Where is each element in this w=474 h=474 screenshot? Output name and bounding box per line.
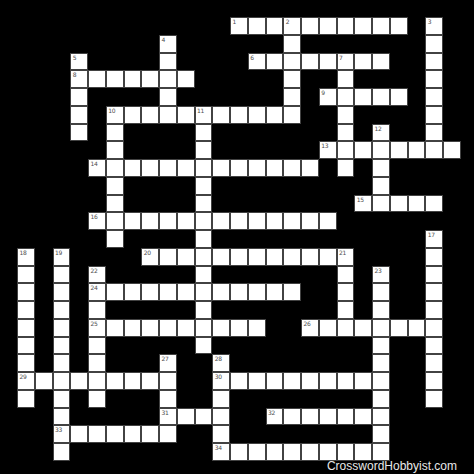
cell-r11-c8[interactable]	[159, 212, 177, 230]
cell-r10-c23[interactable]	[425, 195, 443, 213]
clue-number-1: 1	[233, 18, 237, 25]
cell-r16-c4[interactable]	[88, 301, 106, 319]
cell-r15-c2[interactable]	[53, 283, 71, 301]
cell-r15-c15[interactable]	[283, 283, 301, 301]
cell-r6-c18[interactable]	[337, 124, 355, 142]
cell-r14-c4[interactable]: 22	[88, 266, 106, 284]
clue-number-7: 7	[339, 54, 343, 61]
clue-number-6: 6	[250, 54, 254, 61]
cell-r18-c23[interactable]	[425, 337, 443, 355]
cell-r17-c20[interactable]	[372, 319, 390, 337]
cell-r13-c12[interactable]	[230, 248, 248, 266]
cell-r11-c4[interactable]: 16	[88, 212, 106, 230]
cell-r7-c22[interactable]	[408, 141, 426, 159]
clue-number-5: 5	[73, 54, 77, 61]
cell-r6-c23[interactable]	[425, 124, 443, 142]
cell-r2-c18[interactable]: 7	[337, 53, 355, 71]
cell-r4-c20[interactable]	[372, 88, 390, 106]
cell-r0-c15[interactable]: 2	[283, 17, 301, 35]
cell-r23-c7[interactable]	[141, 425, 159, 443]
cell-r11-c7[interactable]	[141, 212, 159, 230]
cell-r22-c18[interactable]	[337, 408, 355, 426]
cell-r8-c20[interactable]	[372, 159, 390, 177]
cell-r14-c2[interactable]	[53, 266, 71, 284]
site-watermark: CrosswordHobbyist.com	[327, 460, 457, 473]
cell-r12-c5[interactable]	[106, 230, 124, 248]
cell-r23-c2[interactable]: 33	[53, 425, 71, 443]
cell-r11-c5[interactable]	[106, 212, 124, 230]
cell-r20-c16[interactable]	[301, 372, 319, 390]
clue-number-9: 9	[321, 89, 325, 96]
cell-r19-c4[interactable]	[88, 354, 106, 372]
cell-r20-c13[interactable]	[248, 372, 266, 390]
cell-r1-c23[interactable]	[425, 35, 443, 53]
cell-r8-c6[interactable]	[124, 159, 142, 177]
cell-r13-c8[interactable]	[159, 248, 177, 266]
cell-r2-c14[interactable]	[266, 53, 284, 71]
clue-number-12: 12	[375, 125, 382, 132]
cell-r24-c16[interactable]	[301, 443, 319, 461]
cell-r17-c11[interactable]	[212, 319, 230, 337]
cell-r21-c4[interactable]	[88, 390, 106, 408]
cell-r7-c23[interactable]	[425, 141, 443, 159]
cell-r15-c4[interactable]: 24	[88, 283, 106, 301]
cell-r8-c10[interactable]	[195, 159, 213, 177]
cell-r23-c11[interactable]	[212, 425, 230, 443]
cell-r3-c4[interactable]	[88, 70, 106, 88]
cell-r18-c4[interactable]	[88, 337, 106, 355]
cell-r4-c8[interactable]	[159, 88, 177, 106]
cell-r9-c5[interactable]	[106, 177, 124, 195]
cell-r13-c14[interactable]	[266, 248, 284, 266]
cell-r23-c8[interactable]	[159, 425, 177, 443]
cell-r20-c12[interactable]	[230, 372, 248, 390]
cell-r18-c20[interactable]	[372, 337, 390, 355]
cell-r10-c22[interactable]	[408, 195, 426, 213]
cell-r14-c10[interactable]	[195, 266, 213, 284]
clue-number-21: 21	[339, 249, 346, 256]
cell-r3-c7[interactable]	[141, 70, 159, 88]
clue-number-24: 24	[91, 284, 98, 291]
clue-number-28: 28	[215, 355, 222, 362]
cell-r4-c23[interactable]	[425, 88, 443, 106]
cell-r6-c3[interactable]	[70, 124, 88, 142]
cell-r8-c16[interactable]	[301, 159, 319, 177]
cell-r3-c5[interactable]	[106, 70, 124, 88]
cell-r20-c20[interactable]	[372, 372, 390, 390]
cell-r6-c20[interactable]: 12	[372, 124, 390, 142]
cell-r19-c23[interactable]	[425, 354, 443, 372]
cell-r18-c10[interactable]	[195, 337, 213, 355]
cell-r20-c6[interactable]	[124, 372, 142, 390]
cell-r22-c2[interactable]	[53, 408, 71, 426]
cell-r8-c12[interactable]	[230, 159, 248, 177]
cell-r4-c21[interactable]	[390, 88, 408, 106]
cell-r15-c12[interactable]	[230, 283, 248, 301]
cell-r13-c0[interactable]: 18	[17, 248, 35, 266]
cell-r12-c10[interactable]	[195, 230, 213, 248]
cell-r8-c4[interactable]: 14	[88, 159, 106, 177]
cell-r0-c19[interactable]	[354, 17, 372, 35]
clue-number-11: 11	[197, 107, 204, 114]
crossword-board: 1234567891011121314151617181920212223242…	[17, 17, 461, 461]
cell-r8-c11[interactable]	[212, 159, 230, 177]
cell-r8-c7[interactable]	[141, 159, 159, 177]
cell-r22-c15[interactable]	[283, 408, 301, 426]
cell-r13-c10[interactable]	[195, 248, 213, 266]
cell-r14-c0[interactable]	[17, 266, 35, 284]
cell-r4-c3[interactable]	[70, 88, 88, 106]
cell-r20-c19[interactable]	[354, 372, 372, 390]
cell-r11-c14[interactable]	[266, 212, 284, 230]
clue-number-16: 16	[91, 213, 98, 220]
cell-r19-c11[interactable]: 28	[212, 354, 230, 372]
cell-r22-c20[interactable]	[372, 408, 390, 426]
cell-r17-c22[interactable]	[408, 319, 426, 337]
cell-r20-c0[interactable]: 29	[17, 372, 35, 390]
cell-r17-c9[interactable]	[177, 319, 195, 337]
cell-r22-c8[interactable]: 31	[159, 408, 177, 426]
cell-r18-c0[interactable]	[17, 337, 35, 355]
cell-r5-c9[interactable]	[177, 106, 195, 124]
cell-r17-c23[interactable]	[425, 319, 443, 337]
cell-r15-c11[interactable]	[212, 283, 230, 301]
cell-r0-c12[interactable]: 1	[230, 17, 248, 35]
cell-r18-c2[interactable]	[53, 337, 71, 355]
cell-r21-c2[interactable]	[53, 390, 71, 408]
cell-r5-c3[interactable]	[70, 106, 88, 124]
cell-r0-c14[interactable]	[266, 17, 284, 35]
cell-r20-c7[interactable]	[141, 372, 159, 390]
cell-r7-c24[interactable]	[443, 141, 461, 159]
cell-r2-c20[interactable]	[372, 53, 390, 71]
cell-r23-c6[interactable]	[124, 425, 142, 443]
cell-r20-c14[interactable]	[266, 372, 284, 390]
clue-number-10: 10	[108, 107, 115, 114]
cell-r11-c10[interactable]	[195, 212, 213, 230]
cell-r21-c8[interactable]	[159, 390, 177, 408]
cell-r13-c9[interactable]	[177, 248, 195, 266]
cell-r9-c20[interactable]	[372, 177, 390, 195]
cell-r17-c13[interactable]	[248, 319, 266, 337]
clue-number-2: 2	[286, 18, 290, 25]
cell-r20-c11[interactable]: 30	[212, 372, 230, 390]
cell-r20-c5[interactable]	[106, 372, 124, 390]
cell-r17-c8[interactable]	[159, 319, 177, 337]
cell-r10-c5[interactable]	[106, 195, 124, 213]
clue-number-8: 8	[73, 71, 77, 78]
cell-r15-c5[interactable]	[106, 283, 124, 301]
cell-r7-c19[interactable]	[354, 141, 372, 159]
cell-r0-c17[interactable]	[319, 17, 337, 35]
cell-r1-c15[interactable]	[283, 35, 301, 53]
cell-r15-c10[interactable]	[195, 283, 213, 301]
cell-r0-c16[interactable]	[301, 17, 319, 35]
cell-r24-c11[interactable]: 34	[212, 443, 230, 461]
cell-r2-c16[interactable]	[301, 53, 319, 71]
clue-number-22: 22	[91, 267, 98, 274]
cell-r8-c15[interactable]	[283, 159, 301, 177]
cell-r17-c5[interactable]	[106, 319, 124, 337]
cell-r11-c11[interactable]	[212, 212, 230, 230]
clue-number-25: 25	[91, 320, 98, 327]
cell-r17-c10[interactable]	[195, 319, 213, 337]
cell-r24-c15[interactable]	[283, 443, 301, 461]
cell-r24-c13[interactable]	[248, 443, 266, 461]
cell-r17-c2[interactable]	[53, 319, 71, 337]
cell-r16-c0[interactable]	[17, 301, 35, 319]
cell-r22-c19[interactable]	[354, 408, 372, 426]
cell-r17-c16[interactable]: 26	[301, 319, 319, 337]
cell-r13-c2[interactable]: 19	[53, 248, 71, 266]
cell-r5-c12[interactable]	[230, 106, 248, 124]
cell-r3-c6[interactable]	[124, 70, 142, 88]
clue-number-23: 23	[375, 267, 382, 274]
cell-r15-c6[interactable]	[124, 283, 142, 301]
cell-r2-c23[interactable]	[425, 53, 443, 71]
cell-r10-c10[interactable]	[195, 195, 213, 213]
cell-r2-c19[interactable]	[354, 53, 372, 71]
clue-number-15: 15	[357, 196, 364, 203]
clue-number-31: 31	[162, 409, 169, 416]
cell-r11-c9[interactable]	[177, 212, 195, 230]
cell-r5-c10[interactable]: 11	[195, 106, 213, 124]
clue-number-30: 30	[215, 373, 222, 380]
clue-number-17: 17	[428, 231, 435, 238]
clue-number-19: 19	[55, 249, 62, 256]
cell-r7-c5[interactable]	[106, 141, 124, 159]
cell-r20-c2[interactable]	[53, 372, 71, 390]
clue-number-27: 27	[162, 355, 169, 362]
cell-r3-c8[interactable]	[159, 70, 177, 88]
cell-r3-c9[interactable]	[177, 70, 195, 88]
cell-r4-c19[interactable]	[354, 88, 372, 106]
cell-r7-c21[interactable]	[390, 141, 408, 159]
cell-r23-c3[interactable]	[70, 425, 88, 443]
cell-r5-c7[interactable]	[141, 106, 159, 124]
cell-r19-c0[interactable]	[17, 354, 35, 372]
cell-r20-c8[interactable]	[159, 372, 177, 390]
cell-r13-c15[interactable]	[283, 248, 301, 266]
clue-number-14: 14	[91, 160, 98, 167]
cell-r19-c20[interactable]	[372, 354, 390, 372]
clue-number-20: 20	[144, 249, 151, 256]
cell-r5-c15[interactable]	[283, 106, 301, 124]
cell-r2-c17[interactable]	[319, 53, 337, 71]
cell-r3-c3[interactable]: 8	[70, 70, 88, 88]
cell-r22-c9[interactable]	[177, 408, 195, 426]
cell-r15-c23[interactable]	[425, 283, 443, 301]
cell-r4-c18[interactable]	[337, 88, 355, 106]
cell-r21-c0[interactable]	[17, 390, 35, 408]
cell-r11-c15[interactable]	[283, 212, 301, 230]
cell-r11-c17[interactable]	[319, 212, 337, 230]
cell-r22-c14[interactable]: 32	[266, 408, 284, 426]
cell-r16-c18[interactable]	[337, 301, 355, 319]
cell-r5-c5[interactable]: 10	[106, 106, 124, 124]
cell-r5-c11[interactable]	[212, 106, 230, 124]
cell-r2-c13[interactable]: 6	[248, 53, 266, 71]
cell-r0-c23[interactable]: 3	[425, 17, 443, 35]
cell-r19-c2[interactable]	[53, 354, 71, 372]
cell-r14-c18[interactable]	[337, 266, 355, 284]
cell-r11-c12[interactable]	[230, 212, 248, 230]
cell-r3-c15[interactable]	[283, 70, 301, 88]
cell-r7-c10[interactable]	[195, 141, 213, 159]
clue-number-29: 29	[20, 373, 27, 380]
cell-r17-c0[interactable]	[17, 319, 35, 337]
cell-r13-c16[interactable]	[301, 248, 319, 266]
cell-r7-c18[interactable]	[337, 141, 355, 159]
cell-r4-c15[interactable]	[283, 88, 301, 106]
cell-r10-c20[interactable]	[372, 195, 390, 213]
cell-r20-c3[interactable]	[70, 372, 88, 390]
cell-r12-c23[interactable]: 17	[425, 230, 443, 248]
cell-r0-c13[interactable]	[248, 17, 266, 35]
clue-number-34: 34	[215, 444, 222, 451]
clue-number-18: 18	[20, 249, 27, 256]
cell-r20-c15[interactable]	[283, 372, 301, 390]
cell-r5-c18[interactable]	[337, 106, 355, 124]
cell-r15-c7[interactable]	[141, 283, 159, 301]
cell-r23-c4[interactable]	[88, 425, 106, 443]
cell-r5-c13[interactable]	[248, 106, 266, 124]
cell-r7-c17[interactable]: 13	[319, 141, 337, 159]
cell-r8-c8[interactable]	[159, 159, 177, 177]
cell-r4-c17[interactable]: 9	[319, 88, 337, 106]
cell-r20-c1[interactable]	[35, 372, 53, 390]
cell-r0-c21[interactable]	[390, 17, 408, 35]
cell-r11-c13[interactable]	[248, 212, 266, 230]
cell-r1-c8[interactable]: 4	[159, 35, 177, 53]
cell-r13-c11[interactable]	[212, 248, 230, 266]
cell-r15-c8[interactable]	[159, 283, 177, 301]
cell-r3-c18[interactable]	[337, 70, 355, 88]
cell-r24-c14[interactable]	[266, 443, 284, 461]
cell-r7-c20[interactable]	[372, 141, 390, 159]
cell-r24-c2[interactable]	[53, 443, 71, 461]
cell-r22-c16[interactable]	[301, 408, 319, 426]
cell-r8-c9[interactable]	[177, 159, 195, 177]
cell-r5-c6[interactable]	[124, 106, 142, 124]
cell-r20-c18[interactable]	[337, 372, 355, 390]
cell-r5-c14[interactable]	[266, 106, 284, 124]
cell-r11-c6[interactable]	[124, 212, 142, 230]
cell-r22-c17[interactable]	[319, 408, 337, 426]
cell-r15-c9[interactable]	[177, 283, 195, 301]
cell-r6-c10[interactable]	[195, 124, 213, 142]
cell-r24-c12[interactable]	[230, 443, 248, 461]
cell-r5-c23[interactable]	[425, 106, 443, 124]
clue-number-33: 33	[55, 426, 62, 433]
cell-r6-c5[interactable]	[106, 124, 124, 142]
cell-r22-c11[interactable]	[212, 408, 230, 426]
cell-r15-c20[interactable]	[372, 283, 390, 301]
cell-r19-c8[interactable]: 27	[159, 354, 177, 372]
cell-r13-c23[interactable]	[425, 248, 443, 266]
cell-r16-c20[interactable]	[372, 301, 390, 319]
cell-r2-c8[interactable]	[159, 53, 177, 71]
cell-r14-c20[interactable]: 23	[372, 266, 390, 284]
cell-r2-c15[interactable]	[283, 53, 301, 71]
cell-r17-c19[interactable]	[354, 319, 372, 337]
cell-r20-c23[interactable]	[425, 372, 443, 390]
clue-number-32: 32	[268, 409, 275, 416]
cell-r8-c5[interactable]	[106, 159, 124, 177]
cell-r9-c10[interactable]	[195, 177, 213, 195]
cell-r15-c18[interactable]	[337, 283, 355, 301]
cell-r14-c23[interactable]	[425, 266, 443, 284]
cell-r13-c17[interactable]	[319, 248, 337, 266]
crossword-screenshot: 1234567891011121314151617181920212223242…	[0, 0, 474, 474]
cell-r20-c17[interactable]	[319, 372, 337, 390]
cell-r15-c0[interactable]	[17, 283, 35, 301]
cell-r5-c8[interactable]	[159, 106, 177, 124]
cell-r13-c7[interactable]: 20	[141, 248, 159, 266]
cell-r17-c6[interactable]	[124, 319, 142, 337]
cell-r16-c10[interactable]	[195, 301, 213, 319]
cell-r13-c13[interactable]	[248, 248, 266, 266]
cell-r17-c7[interactable]	[141, 319, 159, 337]
cell-r21-c20[interactable]	[372, 390, 390, 408]
cell-r0-c18[interactable]	[337, 17, 355, 35]
cell-r3-c23[interactable]	[425, 70, 443, 88]
cell-r2-c3[interactable]: 5	[70, 53, 88, 71]
cell-r16-c2[interactable]	[53, 301, 71, 319]
cell-r17-c18[interactable]	[337, 319, 355, 337]
cell-r0-c20[interactable]	[372, 17, 390, 35]
cell-r8-c14[interactable]	[266, 159, 284, 177]
clue-number-3: 3	[428, 18, 432, 25]
clue-number-4: 4	[162, 36, 166, 43]
cell-r21-c23[interactable]	[425, 390, 443, 408]
clue-number-13: 13	[321, 142, 328, 149]
cell-r20-c4[interactable]	[88, 372, 106, 390]
cell-r23-c20[interactable]	[372, 425, 390, 443]
cell-r17-c4[interactable]: 25	[88, 319, 106, 337]
clue-number-26: 26	[304, 320, 311, 327]
cell-r21-c11[interactable]	[212, 390, 230, 408]
cell-r15-c13[interactable]	[248, 283, 266, 301]
cell-r17-c12[interactable]	[230, 319, 248, 337]
cell-r8-c18[interactable]	[337, 159, 355, 177]
cell-r23-c5[interactable]	[106, 425, 124, 443]
cell-r17-c21[interactable]	[390, 319, 408, 337]
cell-r17-c17[interactable]	[319, 319, 337, 337]
cell-r10-c19[interactable]: 15	[354, 195, 372, 213]
cell-r15-c14[interactable]	[266, 283, 284, 301]
cell-r13-c18[interactable]: 21	[337, 248, 355, 266]
cell-r16-c23[interactable]	[425, 301, 443, 319]
cell-r11-c16[interactable]	[301, 212, 319, 230]
cell-r8-c13[interactable]	[248, 159, 266, 177]
cell-r10-c21[interactable]	[390, 195, 408, 213]
cell-r22-c10[interactable]	[195, 408, 213, 426]
